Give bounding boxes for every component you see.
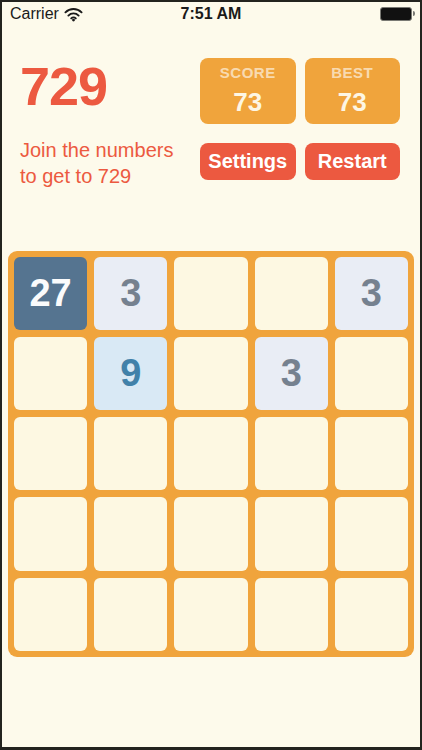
empty-cell xyxy=(174,417,247,490)
page-title: 729 xyxy=(20,58,173,115)
tile-9: 9 xyxy=(94,337,167,410)
empty-cell xyxy=(174,497,247,570)
empty-cell xyxy=(255,497,328,570)
empty-cell xyxy=(255,257,328,330)
board[interactable]: 273393 xyxy=(8,251,414,657)
empty-cell xyxy=(174,578,247,651)
subtitle-line-1: Join the numbers xyxy=(20,137,173,163)
empty-cell xyxy=(14,497,87,570)
empty-cell xyxy=(174,337,247,410)
tile-3: 3 xyxy=(94,257,167,330)
settings-button[interactable]: Settings xyxy=(200,143,296,180)
best-value: 73 xyxy=(338,87,367,118)
score-value: 73 xyxy=(233,87,262,118)
empty-cell xyxy=(94,417,167,490)
empty-cell xyxy=(335,497,408,570)
empty-cell xyxy=(255,578,328,651)
score-label: SCORE xyxy=(220,64,276,81)
subtitle-line-2: to get to 729 xyxy=(20,163,173,189)
empty-cell xyxy=(94,578,167,651)
battery-icon xyxy=(380,7,412,21)
empty-cell xyxy=(14,417,87,490)
empty-cell xyxy=(174,257,247,330)
empty-cell xyxy=(335,578,408,651)
tile-3: 3 xyxy=(255,337,328,410)
empty-cell xyxy=(94,497,167,570)
empty-cell xyxy=(14,578,87,651)
tile-3: 3 xyxy=(335,257,408,330)
app-screen: Carrier 7:51 AM 729 Join the numbers to … xyxy=(0,0,422,750)
subtitle: Join the numbers to get to 729 xyxy=(20,137,173,189)
status-bar: Carrier 7:51 AM xyxy=(0,0,422,26)
restart-button[interactable]: Restart xyxy=(305,143,401,180)
header: 729 Join the numbers to get to 729 SCORE… xyxy=(0,26,422,189)
tile-27: 27 xyxy=(14,257,87,330)
empty-cell xyxy=(255,417,328,490)
best-label: BEST xyxy=(331,64,373,81)
best-box: BEST 73 xyxy=(305,58,401,124)
empty-cell xyxy=(335,337,408,410)
empty-cell xyxy=(14,337,87,410)
empty-cell xyxy=(335,417,408,490)
clock: 7:51 AM xyxy=(0,5,422,23)
score-box: SCORE 73 xyxy=(200,58,296,124)
